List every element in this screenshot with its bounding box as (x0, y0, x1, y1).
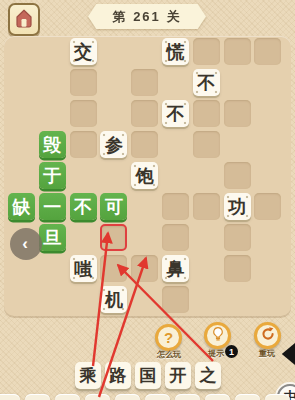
next-tray-tile-stub (115, 394, 140, 400)
home-button[interactable] (8, 3, 40, 36)
cell-r4c3 (70, 131, 97, 158)
cell-r7c8 (224, 224, 251, 251)
board-grid: 交慌不不毁参于饱缺一不可功旦嗤鼻机 (8, 38, 281, 313)
next-tray-tile-stub (265, 394, 290, 400)
cell-r5c8 (224, 162, 251, 189)
cell-r1c9 (254, 38, 281, 65)
cell-r3c3 (70, 100, 97, 127)
hint-button[interactable] (204, 322, 231, 349)
cell-r2c7: 不 (193, 69, 220, 96)
chevron-left-icon: ‹ (22, 234, 28, 254)
tray-tile-0[interactable]: 乘 (75, 362, 101, 389)
cell-r2c5 (131, 69, 158, 96)
cell-r5c5: 饱 (131, 162, 158, 189)
next-tray-tile-stub (55, 394, 80, 400)
cell-r6c1: 缺 (8, 193, 35, 220)
cell-r1c3: 交 (70, 38, 97, 65)
cell-r8c8 (224, 255, 251, 282)
cell-r4c4: 参 (100, 131, 127, 158)
next-tray-tile-stub (175, 394, 200, 400)
next-tray-tile-stub (205, 394, 230, 400)
cell-r6c2: 一 (39, 193, 66, 220)
tray-tile-2[interactable]: 国 (135, 362, 161, 389)
collapse-button[interactable]: ‹ (10, 228, 42, 260)
cell-r8c3: 嗤 (70, 255, 97, 282)
cell-r4c5 (131, 131, 158, 158)
app-root: 第 261 关 交慌不不毁参于饱缺一不可功旦嗤鼻机 ‹ ? 怎么玩 提示 1 重… (0, 0, 295, 400)
cell-r3c7 (193, 100, 220, 127)
cell-r2c3 (70, 69, 97, 96)
cell-r6c4: 可 (100, 193, 127, 220)
cell-r6c7 (193, 193, 220, 220)
next-tray-tile-stub (235, 394, 260, 400)
cell-r7c6 (162, 224, 189, 251)
cell-r7c2: 旦 (39, 224, 66, 251)
level-banner: 第 261 关 (88, 4, 206, 29)
next-tray-row (0, 394, 290, 400)
next-tray-tile-stub (85, 394, 110, 400)
cell-r8c4 (100, 255, 127, 282)
how-to-play-button[interactable]: ? (155, 324, 182, 351)
how-to-play-label: 怎么玩 (149, 349, 189, 360)
cell-r6c6 (162, 193, 189, 220)
tray-tile-3[interactable]: 开 (165, 362, 191, 389)
level-title: 第 261 关 (88, 4, 206, 29)
cell-r1c6: 慌 (162, 38, 189, 65)
tray-tile-4[interactable]: 之 (195, 362, 221, 389)
home-icon (14, 7, 34, 33)
next-tray-tile-stub (145, 394, 170, 400)
hint-count-badge: 1 (225, 345, 238, 358)
replay-label: 重玩 (247, 348, 287, 359)
cell-r1c8 (224, 38, 251, 65)
cell-r8c5 (131, 255, 158, 282)
cell-r4c2: 毁 (39, 131, 66, 158)
next-tray-tile-stub (25, 394, 50, 400)
cell-r3c8 (224, 100, 251, 127)
lightbulb-icon (210, 326, 226, 346)
cell-r6c9 (254, 193, 281, 220)
tray-tile-1[interactable]: 路 (105, 362, 131, 389)
cell-r1c7 (193, 38, 220, 65)
cell-r3c6: 不 (162, 100, 189, 127)
cell-r6c8: 功 (224, 193, 251, 220)
cell-r9c4: 机 (100, 286, 127, 313)
cell-r4c7 (193, 131, 220, 158)
next-tray-tile-stub (0, 394, 20, 400)
cell-r3c5 (131, 100, 158, 127)
replay-button[interactable] (254, 322, 281, 349)
question-icon: ? (164, 329, 173, 346)
cell-r7c4[interactable] (100, 224, 127, 251)
cell-r5c2: 于 (39, 162, 66, 189)
replay-icon (260, 326, 276, 346)
candidate-tray: 乘路国开之 (75, 362, 221, 389)
cell-r9c6 (162, 286, 189, 313)
cell-r8c6: 鼻 (162, 255, 189, 282)
cell-r6c3: 不 (70, 193, 97, 220)
